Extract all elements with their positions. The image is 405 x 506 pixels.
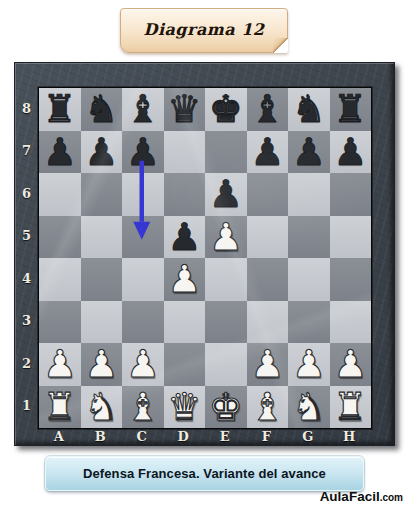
square-d3 <box>164 301 206 344</box>
rank-label-8: 8 <box>15 87 38 130</box>
square-g2: ♟ <box>288 343 330 386</box>
piece-black-pawn-b7: ♟ <box>84 133 118 171</box>
diagram-title-banner: Diagrama 12 <box>120 8 288 53</box>
piece-white-pawn-g2: ♟ <box>292 345 326 383</box>
square-b1: ♞ <box>81 386 123 429</box>
piece-white-pawn-e5: ♟ <box>209 218 243 256</box>
rank-label-4: 4 <box>15 257 38 300</box>
rank-label-3: 3 <box>15 300 38 343</box>
square-g5 <box>288 216 330 259</box>
rank-label-5: 5 <box>15 215 38 258</box>
square-a6 <box>39 173 81 216</box>
page: Diagrama 12 87654321 ♜♞♝♛♚♝♞♜♟♟♟♟♟♟♟♟♟♟♟… <box>0 0 405 506</box>
square-f3 <box>247 301 289 344</box>
square-a7: ♟ <box>39 131 81 174</box>
square-a8: ♜ <box>39 88 81 131</box>
board-squares: ♜♞♝♛♚♝♞♜♟♟♟♟♟♟♟♟♟♟♟♟♟♟♟♟♜♞♝♛♚♝♞♜ <box>38 87 372 429</box>
piece-white-bishop-f1: ♝ <box>250 388 284 426</box>
caption-text: Defensa Francesa. Variante del avance <box>83 466 326 481</box>
square-a4 <box>39 258 81 301</box>
square-c8: ♝ <box>122 88 164 131</box>
square-g8: ♞ <box>288 88 330 131</box>
square-h5 <box>330 216 372 259</box>
square-c2: ♟ <box>122 343 164 386</box>
file-label-c: C <box>121 428 163 445</box>
watermark: AulaFacil.com <box>320 487 403 505</box>
square-h2: ♟ <box>330 343 372 386</box>
piece-black-knight-b8: ♞ <box>84 90 118 128</box>
piece-white-knight-b1: ♞ <box>84 388 118 426</box>
square-g7: ♟ <box>288 131 330 174</box>
square-b8: ♞ <box>81 88 123 131</box>
piece-white-pawn-d4: ♟ <box>167 260 201 298</box>
square-e5: ♟ <box>205 216 247 259</box>
file-label-h: H <box>329 428 371 445</box>
square-c1: ♝ <box>122 386 164 429</box>
square-f1: ♝ <box>247 386 289 429</box>
square-d6 <box>164 173 206 216</box>
square-h1: ♜ <box>330 386 372 429</box>
square-d7 <box>164 131 206 174</box>
square-e8: ♚ <box>205 88 247 131</box>
square-d1: ♛ <box>164 386 206 429</box>
diagram-title: Diagrama 12 <box>144 20 265 41</box>
piece-white-bishop-c1: ♝ <box>126 388 160 426</box>
piece-white-pawn-b2: ♟ <box>84 345 118 383</box>
piece-black-pawn-f7: ♟ <box>250 133 284 171</box>
rank-label-7: 7 <box>15 130 38 173</box>
watermark-brand: AulaFacil <box>320 489 380 504</box>
square-g6 <box>288 173 330 216</box>
square-f4 <box>247 258 289 301</box>
square-b4 <box>81 258 123 301</box>
rank-label-2: 2 <box>15 342 38 385</box>
square-g1: ♞ <box>288 386 330 429</box>
square-a3 <box>39 301 81 344</box>
piece-black-rook-a8: ♜ <box>43 90 77 128</box>
rank-labels: 87654321 <box>15 87 38 427</box>
piece-white-queen-d1: ♛ <box>167 388 201 426</box>
square-e1: ♚ <box>205 386 247 429</box>
piece-white-pawn-h2: ♟ <box>333 345 367 383</box>
piece-black-pawn-a7: ♟ <box>43 133 77 171</box>
file-label-d: D <box>163 428 205 445</box>
piece-white-pawn-f2: ♟ <box>250 345 284 383</box>
square-h4 <box>330 258 372 301</box>
square-b2: ♟ <box>81 343 123 386</box>
watermark-suffix: .com <box>380 492 403 503</box>
square-c7: ♟ <box>122 131 164 174</box>
piece-white-knight-g1: ♞ <box>292 388 326 426</box>
file-label-f: F <box>246 428 288 445</box>
square-a5 <box>39 216 81 259</box>
piece-black-rook-h8: ♜ <box>333 90 367 128</box>
piece-black-queen-d8: ♛ <box>167 90 201 128</box>
square-h8: ♜ <box>330 88 372 131</box>
square-d4: ♟ <box>164 258 206 301</box>
square-c4 <box>122 258 164 301</box>
file-label-a: A <box>38 428 80 445</box>
piece-black-pawn-g7: ♟ <box>292 133 326 171</box>
piece-white-rook-h1: ♜ <box>333 388 367 426</box>
rank-label-1: 1 <box>15 385 38 428</box>
square-b3 <box>81 301 123 344</box>
square-b7: ♟ <box>81 131 123 174</box>
piece-white-pawn-c2: ♟ <box>126 345 160 383</box>
square-c5 <box>122 216 164 259</box>
square-a1: ♜ <box>39 386 81 429</box>
rank-label-6: 6 <box>15 172 38 215</box>
square-c3 <box>122 301 164 344</box>
piece-white-pawn-a2: ♟ <box>43 345 77 383</box>
square-d5: ♟ <box>164 216 206 259</box>
square-e2 <box>205 343 247 386</box>
square-h6 <box>330 173 372 216</box>
piece-black-king-e8: ♚ <box>209 90 243 128</box>
file-label-e: E <box>204 428 246 445</box>
piece-black-pawn-e6: ♟ <box>209 175 243 213</box>
piece-black-pawn-d5: ♟ <box>167 218 201 256</box>
square-f6 <box>247 173 289 216</box>
square-f7: ♟ <box>247 131 289 174</box>
chess-board: 87654321 ♜♞♝♛♚♝♞♜♟♟♟♟♟♟♟♟♟♟♟♟♟♟♟♟♜♞♝♛♚♝♞… <box>14 62 395 446</box>
square-f8: ♝ <box>247 88 289 131</box>
square-d8: ♛ <box>164 88 206 131</box>
square-e7 <box>205 131 247 174</box>
file-label-b: B <box>80 428 122 445</box>
square-c6 <box>122 173 164 216</box>
piece-white-rook-a1: ♜ <box>43 388 77 426</box>
piece-white-king-e1: ♚ <box>209 388 243 426</box>
square-b6 <box>81 173 123 216</box>
piece-black-bishop-f8: ♝ <box>250 90 284 128</box>
caption-box: Defensa Francesa. Variante del avance <box>45 456 364 491</box>
file-label-g: G <box>287 428 329 445</box>
file-labels: ABCDEFGH <box>38 428 370 445</box>
square-f5 <box>247 216 289 259</box>
square-f2: ♟ <box>247 343 289 386</box>
square-e6: ♟ <box>205 173 247 216</box>
piece-black-knight-g8: ♞ <box>292 90 326 128</box>
banner-fold-corner-icon <box>273 38 288 53</box>
piece-black-bishop-c8: ♝ <box>126 90 160 128</box>
square-b5 <box>81 216 123 259</box>
square-h7: ♟ <box>330 131 372 174</box>
square-e4 <box>205 258 247 301</box>
square-a2: ♟ <box>39 343 81 386</box>
square-g3 <box>288 301 330 344</box>
square-d2 <box>164 343 206 386</box>
square-e3 <box>205 301 247 344</box>
square-g4 <box>288 258 330 301</box>
piece-black-pawn-c7: ♟ <box>126 133 160 171</box>
piece-black-pawn-h7: ♟ <box>333 133 367 171</box>
square-h3 <box>330 301 372 344</box>
